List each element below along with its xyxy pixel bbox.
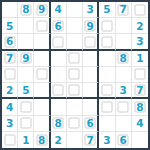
cell-r4c7[interactable] — [99, 51, 115, 67]
cell-r8c3[interactable] — [34, 116, 50, 132]
given-digit: 8 — [120, 53, 127, 64]
cell-r7c3[interactable] — [34, 99, 50, 115]
cell-r2c1[interactable]: 5 — [2, 18, 18, 34]
cell-r2c5[interactable] — [67, 18, 83, 34]
given-digit: 6 — [87, 118, 94, 129]
cell-r9c7[interactable]: 3 — [99, 132, 115, 148]
cell-r5c3[interactable] — [34, 67, 50, 83]
given-digit: 9 — [87, 21, 94, 32]
cell-r5c9[interactable] — [132, 67, 148, 83]
cell-r1c2[interactable]: 8 — [18, 2, 34, 18]
cell-r6c2[interactable]: 5 — [18, 83, 34, 99]
high-digit-marker — [53, 36, 64, 47]
given-digit: 2 — [6, 85, 13, 96]
given-digit: 6 — [6, 36, 13, 47]
cell-r7c8[interactable] — [116, 99, 132, 115]
given-digit: 3 — [120, 85, 127, 96]
cell-r8c9[interactable]: 4 — [132, 116, 148, 132]
given-digit: 6 — [55, 21, 62, 32]
cell-r4c5[interactable] — [67, 51, 83, 67]
cell-r7c6[interactable] — [83, 99, 99, 115]
cell-r6c6[interactable] — [83, 83, 99, 99]
cell-r8c4[interactable]: 8 — [51, 116, 67, 132]
cell-r5c8[interactable] — [116, 67, 132, 83]
cell-r6c4[interactable] — [51, 83, 67, 99]
cell-r6c5[interactable] — [67, 83, 83, 99]
high-digit-marker — [118, 101, 129, 112]
cell-r6c3[interactable] — [34, 83, 50, 99]
cell-r3c6[interactable] — [83, 34, 99, 50]
cell-r6c7[interactable] — [99, 83, 115, 99]
cell-r9c2[interactable]: 1 — [18, 132, 34, 148]
cell-r9c8[interactable]: 6 — [116, 132, 132, 148]
given-digit: 7 — [87, 135, 94, 146]
high-digit-marker — [101, 101, 112, 112]
high-digit-marker — [36, 69, 47, 80]
cell-r8c6[interactable]: 6 — [83, 116, 99, 132]
high-digit-marker — [36, 20, 47, 31]
cell-r6c9[interactable]: 7 — [132, 83, 148, 99]
given-digit: 6 — [120, 135, 127, 146]
given-digit: 9 — [22, 53, 29, 64]
high-digit-marker — [101, 85, 112, 96]
given-digit: 5 — [6, 21, 13, 32]
given-digit: 7 — [136, 85, 143, 96]
cell-r9c6[interactable]: 7 — [83, 132, 99, 148]
cell-r2c3[interactable] — [34, 18, 50, 34]
cell-r3c3[interactable] — [34, 34, 50, 50]
cell-r8c5[interactable] — [67, 116, 83, 132]
cell-r6c8[interactable]: 3 — [116, 83, 132, 99]
high-digit-marker — [69, 118, 80, 129]
high-digit-marker — [69, 69, 80, 80]
cell-r3c1[interactable]: 6 — [2, 34, 18, 50]
given-digit: 3 — [6, 118, 13, 129]
cell-r7c4[interactable] — [51, 99, 67, 115]
cell-r1c7[interactable]: 5 — [99, 2, 115, 18]
given-digit: 1 — [22, 135, 29, 146]
given-digit: 4 — [55, 4, 62, 15]
cell-r9c5[interactable] — [67, 132, 83, 148]
cell-r9c9[interactable] — [132, 132, 148, 148]
given-digit: 9 — [38, 4, 45, 15]
high-digit-marker — [53, 85, 64, 96]
given-digit: 3 — [136, 36, 143, 47]
cell-r3c5[interactable] — [67, 34, 83, 50]
high-digit-marker — [4, 69, 15, 80]
cell-r4c3[interactable] — [34, 51, 50, 67]
cell-r4c8[interactable]: 8 — [116, 51, 132, 67]
cell-r5c7[interactable] — [99, 67, 115, 83]
given-digit: 5 — [22, 85, 29, 96]
high-digit-marker — [4, 134, 15, 145]
given-digit: 4 — [136, 118, 143, 129]
cell-r3c8[interactable] — [116, 34, 132, 50]
given-digit: 7 — [6, 53, 13, 64]
cell-r8c1[interactable]: 3 — [2, 116, 18, 132]
high-digit-marker — [101, 36, 112, 47]
cell-r2c7[interactable] — [99, 18, 115, 34]
cell-r5c5[interactable] — [67, 67, 83, 83]
cell-r1c4[interactable]: 4 — [51, 2, 67, 18]
cell-r2c6[interactable]: 9 — [83, 18, 99, 34]
given-digit: 3 — [87, 4, 94, 15]
given-digit: 1 — [136, 53, 143, 64]
cell-r1c9[interactable] — [132, 2, 148, 18]
cell-r9c1[interactable] — [2, 132, 18, 148]
cell-r1c1[interactable] — [2, 2, 18, 18]
cell-r5c1[interactable] — [2, 67, 18, 83]
given-digit: 4 — [6, 102, 13, 113]
given-digit: 8 — [136, 102, 143, 113]
cell-r7c5[interactable] — [67, 99, 83, 115]
cell-r1c8[interactable]: 7 — [116, 2, 132, 18]
high-digit-marker — [20, 101, 31, 112]
cell-r2c4[interactable]: 6 — [51, 18, 67, 34]
cell-r3c4[interactable] — [51, 34, 67, 50]
cell-r4c4[interactable] — [51, 51, 67, 67]
cell-r5c2[interactable] — [18, 67, 34, 83]
cell-r3c7[interactable] — [99, 34, 115, 50]
cell-r4c6[interactable] — [83, 51, 99, 67]
cell-r6c1[interactable]: 2 — [2, 83, 18, 99]
cell-r4c9[interactable]: 1 — [132, 51, 148, 67]
cell-r9c3[interactable]: 8 — [34, 132, 50, 148]
cell-r7c7[interactable] — [99, 99, 115, 115]
cell-r3c9[interactable]: 3 — [132, 34, 148, 50]
high-digit-marker — [20, 118, 31, 129]
high-digit-marker — [134, 4, 145, 15]
high-digit-marker — [69, 85, 80, 96]
given-digit: 5 — [103, 4, 110, 15]
cell-r5c4[interactable] — [51, 67, 67, 83]
high-digit-marker — [69, 53, 80, 64]
given-digit: 8 — [55, 118, 62, 129]
cell-r1c6[interactable]: 3 — [83, 2, 99, 18]
cell-r8c2[interactable] — [18, 116, 34, 132]
cell-r7c1[interactable]: 4 — [2, 99, 18, 115]
given-digit: 2 — [136, 21, 143, 32]
cell-r7c2[interactable] — [18, 99, 34, 115]
cell-r3c2[interactable] — [18, 34, 34, 50]
given-digit: 8 — [22, 4, 29, 15]
high-digit-marker — [134, 69, 145, 80]
cell-r2c9[interactable]: 2 — [132, 18, 148, 34]
cell-r2c8[interactable] — [116, 18, 132, 34]
sudoku-board: 89435756926379812537483864182736 — [0, 0, 150, 150]
cell-r4c1[interactable]: 7 — [2, 51, 18, 67]
cell-r2c2[interactable] — [18, 18, 34, 34]
cell-r4c2[interactable]: 9 — [18, 51, 34, 67]
cell-r1c3[interactable]: 9 — [34, 2, 50, 18]
given-digit: 8 — [38, 135, 45, 146]
given-digit: 7 — [120, 4, 127, 15]
cell-r5c6[interactable] — [83, 67, 99, 83]
cell-r1c5[interactable] — [67, 2, 83, 18]
cell-r7c9[interactable]: 8 — [132, 99, 148, 115]
cell-r8c7[interactable] — [99, 116, 115, 132]
given-digit: 3 — [103, 135, 110, 146]
high-digit-marker — [85, 36, 96, 47]
high-digit-marker — [101, 20, 112, 31]
cell-r8c8[interactable] — [116, 116, 132, 132]
given-digit: 2 — [55, 135, 62, 146]
cell-r9c4[interactable]: 2 — [51, 132, 67, 148]
